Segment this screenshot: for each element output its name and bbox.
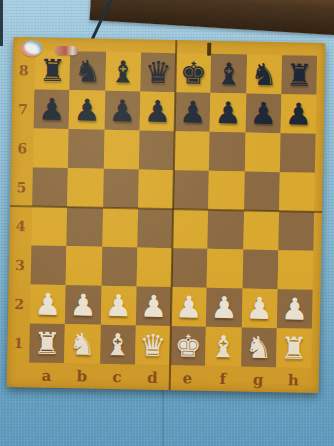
- square-b2[interactable]: ♟: [65, 285, 101, 325]
- square-f6[interactable]: [209, 132, 245, 172]
- square-a1[interactable]: ♜: [29, 323, 65, 363]
- file-label-g: g: [240, 366, 276, 392]
- piece-black-pawn[interactable]: ♟: [73, 95, 100, 126]
- square-e5[interactable]: [173, 170, 209, 210]
- piece-white-pawn[interactable]: ♟: [69, 290, 96, 321]
- square-b1[interactable]: ♞: [64, 324, 100, 364]
- square-f2[interactable]: ♟: [206, 288, 242, 328]
- photo-scene: 87654321 ♜♞♝♛♚♝♞♜♟♟♟♟♟♟♟♟♟♟♟♟♟♟♟♟♜♞♝♛♚♝♞…: [0, 0, 334, 446]
- square-g5[interactable]: [244, 171, 280, 211]
- square-f8[interactable]: ♝: [211, 54, 247, 94]
- square-a8[interactable]: ♜: [34, 50, 70, 90]
- square-h6[interactable]: [280, 133, 316, 173]
- square-h7[interactable]: ♟: [280, 94, 316, 134]
- piece-black-rook[interactable]: ♜: [285, 60, 312, 91]
- square-a3[interactable]: [31, 245, 67, 285]
- piece-white-pawn[interactable]: ♟: [210, 292, 237, 323]
- square-b3[interactable]: [66, 246, 102, 286]
- square-h8[interactable]: ♜: [281, 55, 317, 95]
- square-h3[interactable]: [277, 250, 313, 290]
- square-a2[interactable]: ♟: [30, 284, 66, 324]
- left-edge-shadow: [0, 0, 3, 46]
- square-d5[interactable]: [138, 169, 174, 209]
- piece-black-knight[interactable]: ♞: [74, 56, 101, 87]
- rank-label-5: 5: [10, 167, 33, 206]
- piece-black-pawn[interactable]: ♟: [249, 98, 276, 129]
- piece-white-bishop[interactable]: ♝: [210, 331, 237, 362]
- file-label-e: e: [170, 365, 206, 391]
- piece-black-rook[interactable]: ♜: [39, 55, 66, 86]
- piece-white-pawn[interactable]: ♟: [34, 289, 61, 320]
- square-d1[interactable]: ♛: [135, 325, 171, 365]
- square-d2[interactable]: ♟: [136, 286, 172, 326]
- rank-label-1: 1: [7, 323, 30, 362]
- square-e7[interactable]: ♟: [175, 92, 211, 132]
- square-h1[interactable]: ♜: [276, 328, 312, 368]
- square-c4[interactable]: [102, 208, 138, 248]
- square-c5[interactable]: [103, 169, 139, 209]
- wall-fabric-crease: [162, 388, 164, 446]
- piece-white-pawn[interactable]: ♟: [281, 294, 308, 325]
- file-label-d: d: [134, 364, 170, 390]
- square-f7[interactable]: ♟: [210, 93, 246, 133]
- file-label-a: a: [29, 362, 65, 388]
- piece-white-rook[interactable]: ♜: [280, 333, 307, 364]
- small-red-sticker: [55, 46, 78, 55]
- square-a6[interactable]: [33, 128, 69, 168]
- piece-black-pawn[interactable]: ♟: [108, 95, 135, 126]
- square-f3[interactable]: [207, 249, 243, 289]
- file-label-h: h: [275, 367, 311, 393]
- piece-white-pawn[interactable]: ♟: [105, 290, 132, 321]
- square-c1[interactable]: ♝: [100, 325, 136, 365]
- square-d4[interactable]: [137, 208, 173, 248]
- square-g7[interactable]: ♟: [245, 94, 281, 134]
- square-g2[interactable]: ♟: [241, 288, 277, 328]
- piece-white-queen[interactable]: ♛: [139, 330, 166, 361]
- square-g4[interactable]: [243, 210, 279, 250]
- file-label-c: c: [99, 364, 135, 390]
- square-f4[interactable]: [208, 210, 244, 250]
- square-d7[interactable]: ♟: [139, 91, 175, 131]
- square-d8[interactable]: ♛: [140, 52, 176, 92]
- piece-black-bishop[interactable]: ♝: [109, 56, 136, 87]
- file-label-b: b: [64, 363, 100, 389]
- piece-white-king[interactable]: ♚: [174, 331, 201, 362]
- square-g6[interactable]: [244, 133, 280, 173]
- square-c6[interactable]: [103, 130, 139, 170]
- square-g3[interactable]: [242, 249, 278, 289]
- square-b8[interactable]: ♞: [70, 51, 106, 91]
- piece-white-pawn[interactable]: ♟: [140, 291, 167, 322]
- rank-label-4: 4: [9, 206, 32, 245]
- square-a7[interactable]: ♟: [34, 89, 70, 129]
- square-g8[interactable]: ♞: [246, 55, 282, 95]
- square-e8[interactable]: ♚: [175, 53, 211, 93]
- square-a4[interactable]: [31, 206, 67, 246]
- file-label-f: f: [205, 366, 241, 392]
- square-e1[interactable]: ♚: [170, 326, 206, 366]
- rank-label-6: 6: [11, 128, 34, 167]
- hinge-latch-mark: [207, 43, 211, 56]
- piece-black-pawn[interactable]: ♟: [179, 97, 206, 128]
- square-h2[interactable]: ♟: [277, 289, 313, 329]
- square-b6[interactable]: [68, 129, 104, 169]
- piece-white-pawn[interactable]: ♟: [246, 293, 273, 324]
- rank-label-7: 7: [12, 89, 35, 128]
- square-h5[interactable]: [279, 172, 315, 212]
- piece-black-king[interactable]: ♚: [180, 58, 207, 89]
- square-c3[interactable]: [101, 247, 137, 287]
- square-e2[interactable]: ♟: [171, 287, 207, 327]
- square-d6[interactable]: [139, 130, 175, 170]
- piece-white-bishop[interactable]: ♝: [104, 329, 131, 360]
- piece-black-pawn[interactable]: ♟: [214, 97, 241, 128]
- chessboard: 87654321 ♜♞♝♛♚♝♞♜♟♟♟♟♟♟♟♟♟♟♟♟♟♟♟♟♜♞♝♛♚♝♞…: [7, 37, 326, 393]
- square-a5[interactable]: [32, 167, 68, 207]
- square-f1[interactable]: ♝: [205, 327, 241, 367]
- piece-black-knight[interactable]: ♞: [250, 59, 277, 90]
- piece-black-pawn[interactable]: ♟: [38, 94, 65, 125]
- piece-black-pawn[interactable]: ♟: [144, 96, 171, 127]
- square-c2[interactable]: ♟: [100, 286, 136, 326]
- piece-black-pawn[interactable]: ♟: [285, 99, 312, 130]
- piece-black-bishop[interactable]: ♝: [215, 58, 242, 89]
- rank-label-2: 2: [8, 284, 31, 323]
- piece-white-rook[interactable]: ♜: [33, 328, 60, 359]
- square-b5[interactable]: [67, 168, 103, 208]
- square-e4[interactable]: [172, 209, 208, 249]
- square-c7[interactable]: ♟: [104, 91, 140, 131]
- wooden-shelf: [90, 0, 334, 37]
- square-g1[interactable]: ♞: [241, 327, 277, 367]
- square-f5[interactable]: [208, 171, 244, 211]
- square-e6[interactable]: [174, 131, 210, 171]
- rank-label-3: 3: [9, 245, 32, 284]
- square-h4[interactable]: [278, 211, 314, 251]
- square-e3[interactable]: [172, 248, 208, 288]
- piece-white-knight[interactable]: ♞: [245, 332, 272, 363]
- square-b4[interactable]: [67, 207, 103, 247]
- square-c8[interactable]: ♝: [105, 52, 141, 92]
- piece-white-pawn[interactable]: ♟: [175, 292, 202, 323]
- piece-white-knight[interactable]: ♞: [69, 329, 96, 360]
- square-b7[interactable]: ♟: [69, 90, 105, 130]
- piece-black-queen[interactable]: ♛: [144, 57, 171, 88]
- square-d3[interactable]: [136, 247, 172, 287]
